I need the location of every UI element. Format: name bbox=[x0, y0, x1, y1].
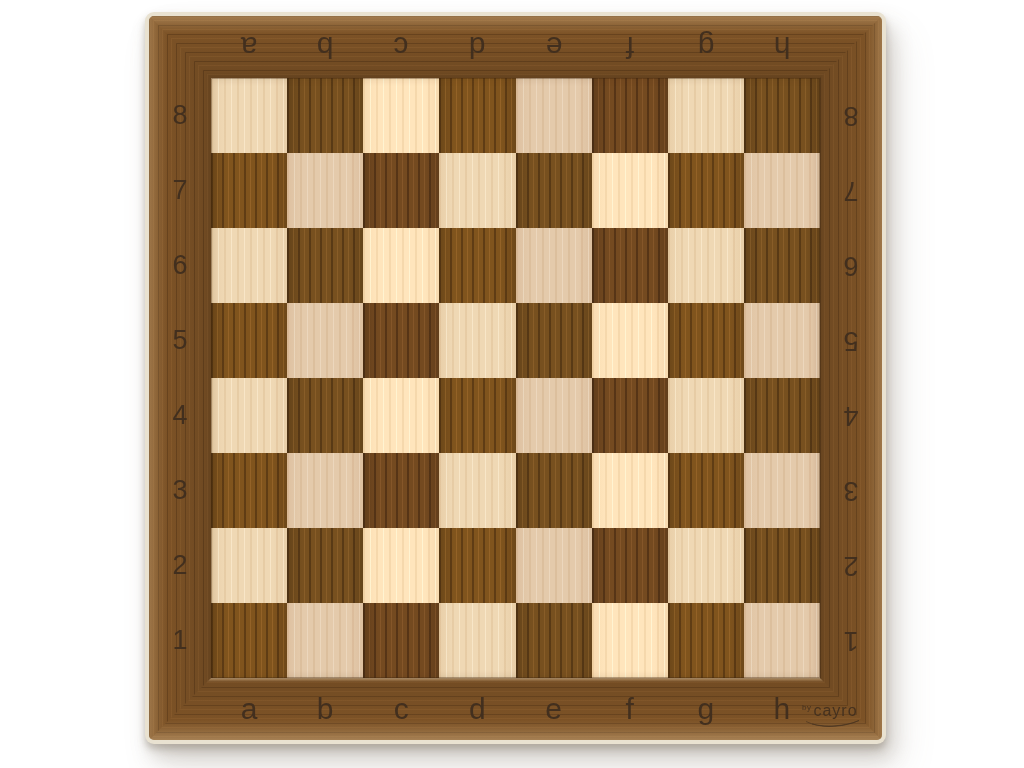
square-b6[interactable] bbox=[287, 228, 363, 303]
square-h8[interactable] bbox=[744, 78, 820, 153]
square-e2[interactable] bbox=[516, 528, 592, 603]
square-b8[interactable] bbox=[287, 78, 363, 153]
square-c6[interactable] bbox=[363, 228, 439, 303]
rank-label-left-6: 6 bbox=[149, 228, 211, 303]
file-label-bottom-c: c bbox=[363, 678, 439, 740]
square-h3[interactable] bbox=[744, 453, 820, 528]
square-a7[interactable] bbox=[211, 153, 287, 228]
file-label-bottom-g: g bbox=[668, 678, 744, 740]
square-c5[interactable] bbox=[363, 303, 439, 378]
square-e6[interactable] bbox=[516, 228, 592, 303]
rank-label-left-2: 2 bbox=[149, 528, 211, 603]
file-labels-top: abcdefgh bbox=[211, 16, 820, 78]
square-h6[interactable] bbox=[744, 228, 820, 303]
file-label-bottom-b: b bbox=[287, 678, 363, 740]
square-d6[interactable] bbox=[439, 228, 515, 303]
rank-label-right-8: 8 bbox=[820, 78, 882, 153]
rank-label-right-2: 2 bbox=[820, 528, 882, 603]
square-e8[interactable] bbox=[516, 78, 592, 153]
brand-prefix: by bbox=[802, 703, 811, 712]
file-label-top-g: g bbox=[668, 16, 744, 78]
square-g7[interactable] bbox=[668, 153, 744, 228]
file-label-top-d: d bbox=[439, 16, 515, 78]
square-a3[interactable] bbox=[211, 453, 287, 528]
square-e7[interactable] bbox=[516, 153, 592, 228]
square-d5[interactable] bbox=[439, 303, 515, 378]
square-e4[interactable] bbox=[516, 378, 592, 453]
board-frame-top bbox=[149, 16, 882, 78]
file-label-top-c: c bbox=[363, 16, 439, 78]
square-d4[interactable] bbox=[439, 378, 515, 453]
square-g8[interactable] bbox=[668, 78, 744, 153]
chess-board: abcdefgh abcdefgh 87654321 87654321 byca… bbox=[145, 12, 886, 744]
rank-label-left-5: 5 bbox=[149, 303, 211, 378]
square-a5[interactable] bbox=[211, 303, 287, 378]
square-f3[interactable] bbox=[592, 453, 668, 528]
square-h1[interactable] bbox=[744, 603, 820, 678]
square-a6[interactable] bbox=[211, 228, 287, 303]
square-f6[interactable] bbox=[592, 228, 668, 303]
square-e1[interactable] bbox=[516, 603, 592, 678]
square-b3[interactable] bbox=[287, 453, 363, 528]
rank-label-left-1: 1 bbox=[149, 603, 211, 678]
square-g4[interactable] bbox=[668, 378, 744, 453]
square-c2[interactable] bbox=[363, 528, 439, 603]
file-labels-bottom: abcdefgh bbox=[211, 678, 820, 740]
square-a4[interactable] bbox=[211, 378, 287, 453]
rank-labels-left: 87654321 bbox=[149, 78, 211, 678]
rank-label-right-6: 6 bbox=[820, 228, 882, 303]
square-f8[interactable] bbox=[592, 78, 668, 153]
square-a1[interactable] bbox=[211, 603, 287, 678]
file-label-top-h: h bbox=[744, 16, 820, 78]
product-photo-scene: abcdefgh abcdefgh 87654321 87654321 byca… bbox=[0, 0, 1024, 768]
file-label-bottom-a: a bbox=[211, 678, 287, 740]
rank-labels-right: 87654321 bbox=[820, 78, 882, 678]
file-label-top-f: f bbox=[592, 16, 668, 78]
square-c7[interactable] bbox=[363, 153, 439, 228]
square-a8[interactable] bbox=[211, 78, 287, 153]
square-e3[interactable] bbox=[516, 453, 592, 528]
square-d8[interactable] bbox=[439, 78, 515, 153]
square-f1[interactable] bbox=[592, 603, 668, 678]
square-e5[interactable] bbox=[516, 303, 592, 378]
square-f2[interactable] bbox=[592, 528, 668, 603]
square-g3[interactable] bbox=[668, 453, 744, 528]
rank-label-right-5: 5 bbox=[820, 303, 882, 378]
square-b1[interactable] bbox=[287, 603, 363, 678]
square-g5[interactable] bbox=[668, 303, 744, 378]
brand-name: cayro bbox=[813, 702, 857, 719]
square-c8[interactable] bbox=[363, 78, 439, 153]
square-g6[interactable] bbox=[668, 228, 744, 303]
rank-label-left-3: 3 bbox=[149, 453, 211, 528]
board-grid bbox=[211, 78, 820, 678]
square-c1[interactable] bbox=[363, 603, 439, 678]
rank-label-right-4: 4 bbox=[820, 378, 882, 453]
square-c4[interactable] bbox=[363, 378, 439, 453]
square-b5[interactable] bbox=[287, 303, 363, 378]
board-frame-left bbox=[149, 16, 211, 740]
file-label-bottom-f: f bbox=[592, 678, 668, 740]
square-d2[interactable] bbox=[439, 528, 515, 603]
board-wood-face: abcdefgh abcdefgh 87654321 87654321 byca… bbox=[149, 16, 882, 740]
file-label-bottom-d: d bbox=[439, 678, 515, 740]
square-f7[interactable] bbox=[592, 153, 668, 228]
file-label-bottom-e: e bbox=[516, 678, 592, 740]
square-b7[interactable] bbox=[287, 153, 363, 228]
rank-label-right-1: 1 bbox=[820, 603, 882, 678]
file-label-top-b: b bbox=[287, 16, 363, 78]
square-f5[interactable] bbox=[592, 303, 668, 378]
square-h2[interactable] bbox=[744, 528, 820, 603]
brand-logo-text: bycayro bbox=[802, 702, 858, 720]
square-g1[interactable] bbox=[668, 603, 744, 678]
board-frame-right bbox=[820, 16, 882, 740]
file-label-top-e: e bbox=[516, 16, 592, 78]
rank-label-right-7: 7 bbox=[820, 153, 882, 228]
board-frame-bottom bbox=[149, 678, 882, 740]
square-h7[interactable] bbox=[744, 153, 820, 228]
rank-label-left-4: 4 bbox=[149, 378, 211, 453]
square-b2[interactable] bbox=[287, 528, 363, 603]
square-c3[interactable] bbox=[363, 453, 439, 528]
rank-label-left-7: 7 bbox=[149, 153, 211, 228]
square-d3[interactable] bbox=[439, 453, 515, 528]
square-f4[interactable] bbox=[592, 378, 668, 453]
brand-logo: bycayro bbox=[802, 702, 866, 732]
square-d7[interactable] bbox=[439, 153, 515, 228]
rank-label-left-8: 8 bbox=[149, 78, 211, 153]
square-h4[interactable] bbox=[744, 378, 820, 453]
rank-label-right-3: 3 bbox=[820, 453, 882, 528]
square-b4[interactable] bbox=[287, 378, 363, 453]
brand-swoosh-icon bbox=[804, 719, 862, 729]
square-g2[interactable] bbox=[668, 528, 744, 603]
file-label-top-a: a bbox=[211, 16, 287, 78]
square-a2[interactable] bbox=[211, 528, 287, 603]
square-h5[interactable] bbox=[744, 303, 820, 378]
square-d1[interactable] bbox=[439, 603, 515, 678]
